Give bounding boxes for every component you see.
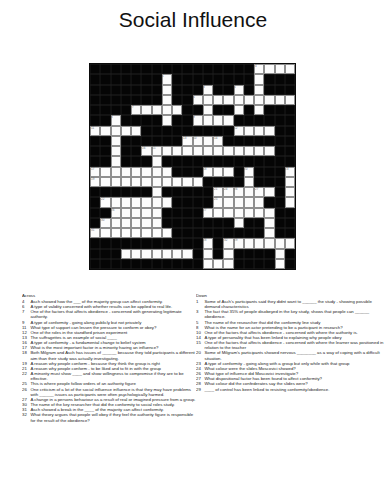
grid-cell-black [213,74,223,84]
grid-cell[interactable] [100,228,110,238]
cell-number: 3 [203,85,205,88]
grid-cell[interactable] [162,167,172,177]
grid-cell-black [152,238,162,248]
grid-cell[interactable] [141,105,151,115]
grid-cell[interactable] [131,167,141,177]
across-header: Across [22,293,198,298]
grid-cell[interactable]: 16 [141,146,151,156]
grid-cell-black [182,208,192,218]
clue-item: 26One criticism of a lot of the social i… [22,386,198,396]
grid-cell-black [121,74,131,84]
grid-cell[interactable] [213,95,223,105]
grid-cell-black [111,238,121,248]
grid-cell[interactable] [213,146,223,156]
grid-cell[interactable] [244,177,254,187]
grid-cell[interactable]: 15 [152,146,162,156]
grid-cell-black [182,95,192,105]
grid-cell-black [182,156,192,166]
grid-cell[interactable] [254,126,264,136]
grid-cell-black [285,156,295,166]
grid-cell[interactable] [152,156,162,166]
grid-cell[interactable] [264,95,274,105]
grid-cell[interactable] [203,146,213,156]
grid-cell[interactable] [244,238,254,248]
grid-cell[interactable] [131,218,141,228]
grid-cell[interactable]: 7 [131,105,141,115]
grid-cell[interactable]: 26 [111,208,121,218]
grid-cell[interactable] [203,249,213,259]
page-root: { "title": "Social Influence", "game": "… [0,0,386,500]
grid-cell[interactable] [162,105,172,115]
grid-cell-black [141,136,151,146]
grid-cell[interactable] [254,85,264,95]
grid-cell[interactable] [100,167,110,177]
grid-cell-black [100,74,110,84]
grid-cell[interactable] [131,197,141,207]
grid-cell[interactable] [141,218,151,228]
grid-cell[interactable] [254,74,264,84]
grid-cell-black [193,74,203,84]
grid-cell[interactable] [203,105,213,115]
grid-cell[interactable] [264,208,274,218]
grid-cell-black [100,85,110,95]
grid-cell[interactable] [244,197,254,207]
grid-cell[interactable] [285,177,295,187]
grid-cell[interactable] [111,177,121,187]
grid-cell[interactable] [223,208,233,218]
grid-cell-black [172,167,182,177]
grid-cell[interactable] [131,228,141,238]
grid-cell[interactable] [285,238,295,248]
grid-cell[interactable]: 30 [100,218,110,228]
grid-cell[interactable] [111,218,121,228]
clue-text: Some of Milgram's participants showed ne… [205,350,385,360]
grid-cell[interactable] [213,208,223,218]
down-header: Down [196,293,384,298]
grid-cell[interactable] [193,146,203,156]
grid-cell-black [264,197,274,207]
grid-cell-black [111,187,121,197]
cell-number: 24 [224,187,227,190]
grid-cell-black [152,64,162,74]
grid-cell[interactable] [141,228,151,238]
grid-cell[interactable] [152,167,162,177]
grid-cell[interactable] [234,105,244,115]
grid-cell[interactable] [111,167,121,177]
grid-cell[interactable] [285,64,295,74]
grid-cell-black [100,249,110,259]
grid-cell[interactable] [162,197,172,207]
grid-cell-black [182,259,192,269]
grid-cell[interactable] [131,208,141,218]
grid-cell-black [131,146,141,156]
grid-cell[interactable] [152,249,162,259]
grid-cell[interactable] [152,177,162,187]
grid-cell[interactable] [131,177,141,187]
grid-cell-black [182,85,192,95]
grid-cell[interactable] [244,95,254,105]
grid-cell[interactable] [193,177,203,187]
grid-cell[interactable]: 31 [90,228,100,238]
grid-cell[interactable]: 12 [234,126,244,136]
grid-cell[interactable] [172,249,182,259]
grid-cell[interactable] [152,228,162,238]
grid-cell[interactable] [141,208,151,218]
grid-cell[interactable] [162,177,172,187]
grid-cell-black [285,105,295,115]
clue-text: ____ of control has been linked to resis… [205,386,385,391]
grid-cell-black [213,126,223,136]
grid-cell[interactable] [213,167,223,177]
clue-item: 22A minority must show ____ and show wil… [22,371,198,381]
grid-cell-black [121,146,131,156]
grid-cell-black [141,156,151,166]
grid-cell[interactable]: 26 [234,187,244,197]
grid-cell-black [152,85,162,95]
grid-cell-black [223,218,233,228]
grid-cell[interactable]: 6 [193,95,203,105]
grid-cell[interactable] [275,249,285,259]
grid-cell-black [141,238,151,248]
grid-cell[interactable]: 17 [90,167,100,177]
grid-cell-black [141,64,151,74]
grid-cell[interactable]: 32 [223,238,233,248]
grid-cell[interactable] [275,64,285,74]
clue-item: 15One of the factors that affects obedie… [196,340,384,350]
grid-cell-black [275,146,285,156]
grid-cell-black [182,238,192,248]
grid-cell[interactable] [254,146,264,156]
grid-cell-black [264,177,274,187]
grid-cell[interactable]: 25 [213,197,223,207]
grid-cell-black [203,177,213,187]
grid-cell-black [111,249,121,259]
grid-cell[interactable]: 1 [162,74,172,84]
grid-cell[interactable] [121,177,131,187]
grid-cell-black [100,64,110,74]
grid-cell-black [213,64,223,74]
grid-cell[interactable] [162,85,172,95]
grid-cell[interactable]: 4 [254,64,264,74]
grid-cell[interactable]: 3 [203,85,213,95]
grid-cell-black [162,238,172,248]
grid-cell-black [193,208,203,218]
grid-cell[interactable] [264,238,274,248]
grid-cell[interactable] [223,95,233,105]
grid-cell-black [285,74,295,84]
cell-number: 27 [255,187,258,190]
cell-number: 9 [193,115,195,118]
grid-cell-black [141,115,151,125]
grid-cell[interactable] [223,249,233,259]
grid-cell[interactable]: 27 [254,187,264,197]
grid-cell-black [234,64,244,74]
grid-cell[interactable] [121,167,131,177]
cell-number: 1 [162,74,164,77]
grid-cell[interactable] [203,259,213,269]
grid-cell-black [90,115,100,125]
grid-cell[interactable] [244,208,254,218]
grid-cell-black [162,126,172,136]
grid-cell[interactable] [121,228,131,238]
grid-cell[interactable]: 19 [90,177,100,187]
grid-cell[interactable] [111,146,121,156]
grid-cell[interactable] [203,95,213,105]
grid-cell-black [152,259,162,269]
grid-cell[interactable] [213,115,223,125]
grid-cell-black [90,259,100,269]
grid-cell[interactable] [264,218,274,228]
grid-cell-black [131,95,141,105]
grid-cell-black [100,95,110,105]
grid-cell[interactable] [223,259,233,269]
grid-cell[interactable] [223,115,233,125]
grid-cell[interactable] [254,197,264,207]
grid-cell[interactable] [152,197,162,207]
grid-cell-black [285,249,295,259]
clue-number: 15 [196,340,205,350]
grid-cell[interactable]: 14 [213,136,223,146]
grid-cell[interactable] [162,115,172,125]
grid-cell-black [264,74,274,84]
clue-number: 32 [22,412,31,422]
grid-cell-black [111,259,121,269]
grid-cell[interactable] [121,249,131,259]
grid-cell-black [234,249,244,259]
grid-cell-black [193,126,203,136]
grid-cell[interactable] [275,259,285,269]
grid-cell-black [152,126,162,136]
grid-cell[interactable] [254,105,264,115]
grid-cell-black [182,64,192,74]
grid-cell[interactable] [121,218,131,228]
grid-cell-black [193,249,203,259]
grid-cell-black [264,115,274,125]
grid-cell[interactable] [111,136,121,146]
grid-cell[interactable] [254,95,264,105]
cell-number: 25 [214,197,217,200]
grid-cell[interactable] [264,228,274,238]
grid-cell-black [90,95,100,105]
grid-cell[interactable] [234,208,244,218]
grid-cell-black [213,156,223,166]
grid-cell[interactable] [141,197,151,207]
grid-cell-black [90,136,100,146]
grid-cell[interactable]: 28 [203,238,213,248]
grid-cell[interactable] [162,228,172,238]
grid-cell-black [172,228,182,238]
grid-cell[interactable] [223,146,233,156]
grid-cell[interactable] [234,146,244,156]
grid-cell-black [100,136,110,146]
grid-cell[interactable] [254,208,264,218]
grid-cell[interactable] [131,249,141,259]
grid-cell[interactable] [182,249,192,259]
cell-number: 13 [183,136,186,139]
grid-cell[interactable] [152,208,162,218]
grid-cell-black [193,197,203,207]
grid-cell[interactable] [234,197,244,207]
grid-cell[interactable] [141,249,151,259]
grid-cell-black [121,259,131,269]
grid-cell-black [111,95,121,105]
cell-number: 30 [101,218,104,221]
grid-cell[interactable] [254,238,264,248]
grid-cell[interactable]: 21 [213,187,223,197]
grid-cell-black [111,105,121,115]
grid-cell-black [254,259,264,269]
grid-cell[interactable] [244,126,254,136]
grid-cell-black [285,115,295,125]
grid-cell-black [223,105,233,115]
grid-cell[interactable]: 13 [182,136,192,146]
grid-cell[interactable]: 22 [100,197,110,207]
grid-cell-black [285,259,295,269]
grid-cell[interactable] [162,249,172,259]
grid-cell[interactable] [152,105,162,115]
grid-cell[interactable]: 11 [90,126,100,136]
grid-cell-black [131,156,141,166]
grid-cell-black [254,218,264,228]
grid-cell[interactable] [264,146,274,156]
grid-cell[interactable] [111,228,121,238]
grid-cell[interactable] [121,208,131,218]
grid-cell[interactable] [285,187,295,197]
grid-cell-black [244,74,254,84]
grid-cell[interactable] [162,146,172,156]
cell-number: 10 [193,136,196,139]
grid-cell-black [182,197,192,207]
grid-cell[interactable] [141,167,151,177]
grid-cell-black [285,136,295,146]
grid-cell-black [193,105,203,115]
cell-number: 26 [111,208,114,211]
grid-cell[interactable] [285,95,295,105]
cell-number: 4 [255,64,257,67]
grid-cell[interactable] [264,187,274,197]
grid-cell[interactable] [203,136,213,146]
grid-cell[interactable] [223,167,233,177]
grid-cell[interactable] [285,197,295,207]
grid-cell[interactable] [111,156,121,166]
grid-cell-black [141,85,151,95]
across-clues-section: Across 4Asch showed how the ___ of the m… [22,293,198,500]
clue-text: One of the factors that affects obedienc… [31,309,199,319]
grid-cell[interactable] [213,259,223,269]
clue-item: 32What theory argues that people will ob… [22,412,198,422]
grid-cell-black [234,177,244,187]
grid-cell[interactable]: 23 [285,167,295,177]
grid-cell-black [90,249,100,259]
grid-cell[interactable] [182,146,192,156]
grid-cell[interactable]: 10 [193,136,203,146]
grid-cell[interactable] [152,187,162,197]
grid-cell[interactable]: 29 [234,238,244,248]
grid-cell-black [141,259,151,269]
grid-cell[interactable] [223,197,233,207]
grid-cell[interactable]: 18 [203,167,213,177]
grid-cell-black [172,156,182,166]
grid-cell-black [172,218,182,228]
grid-cell-black [264,136,274,146]
grid-cell[interactable] [234,218,244,228]
grid-cell[interactable] [100,126,110,136]
grid-cell-black [264,105,274,115]
grid-cell-black [172,208,182,218]
grid-cell-black [285,126,295,136]
grid-cell[interactable] [141,177,151,187]
grid-cell-black [152,74,162,84]
cell-number: 15 [152,146,155,149]
grid-cell[interactable] [172,105,182,115]
grid-cell[interactable] [234,95,244,105]
grid-cell-black [182,167,192,177]
grid-cell-black [193,167,203,177]
grid-cell-black [162,218,172,228]
grid-cell[interactable] [182,177,192,187]
grid-cell[interactable] [203,115,213,125]
grid-cell[interactable]: 5 [234,85,244,95]
grid-cell-black [285,228,295,238]
grid-cell[interactable] [244,187,254,197]
grid-cell[interactable] [121,197,131,207]
clue-text: Both Milgram and Asch has issues of ____… [31,350,199,360]
grid-cell-black [100,238,110,248]
grid-cell[interactable] [244,146,254,156]
grid-cell-black [90,218,100,228]
grid-cell[interactable] [111,197,121,207]
grid-cell[interactable] [264,126,274,136]
grid-cell[interactable] [152,218,162,228]
grid-cell[interactable] [172,146,182,156]
grid-cell[interactable] [172,177,182,187]
grid-cell[interactable] [275,238,285,248]
grid-cell[interactable]: 20 [244,167,254,177]
grid-cell-black [100,208,110,218]
grid-cell[interactable] [275,95,285,105]
grid-cell[interactable]: 27 [203,208,213,218]
grid-cell[interactable]: 24 [223,187,233,197]
grid-cell[interactable] [131,126,141,136]
grid-cell[interactable] [264,64,274,74]
grid-cell-black [121,136,131,146]
grid-cell-black [234,228,244,238]
grid-cell-black [90,74,100,84]
grid-cell-black [213,238,223,248]
grid-cell-black [162,156,172,166]
grid-cell-black [131,238,141,248]
puzzle-title: Social Influence [0,8,386,32]
grid-cell[interactable] [162,95,172,105]
grid-cell-black [223,156,233,166]
clue-number: 18 [22,350,31,360]
grid-cell[interactable] [100,177,110,187]
grid-cell-black [275,218,285,228]
grid-cell[interactable] [111,126,121,136]
grid-cell-black [121,64,131,74]
grid-cell[interactable] [121,126,131,136]
grid-cell-black [182,228,192,238]
grid-cell[interactable]: 8 [111,115,121,125]
clue-text: A minority must show ____ and show willi… [31,371,199,381]
grid-cell[interactable]: 9 [193,115,203,125]
grid-cell-black [264,249,274,259]
grid-cell-black [223,228,233,238]
grid-cell-black [223,126,233,136]
grid-cell-black [213,218,223,228]
grid-cell-black [275,197,285,207]
grid-cell-black [193,156,203,166]
